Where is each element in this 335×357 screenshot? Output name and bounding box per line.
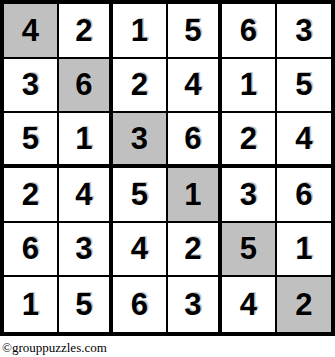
cell-r2c6: 5 bbox=[277, 59, 332, 114]
cell-r4c2: 4 bbox=[59, 168, 114, 223]
cell-r5c4: 2 bbox=[168, 223, 223, 278]
cell-r5c2: 3 bbox=[59, 223, 114, 278]
cell-r3c3: 3 bbox=[113, 113, 168, 168]
cell-r1c5: 6 bbox=[222, 4, 277, 59]
cell-r6c1: 1 bbox=[4, 277, 59, 332]
cell-r4c4: 1 bbox=[168, 168, 223, 223]
cell-r4c3: 5 bbox=[113, 168, 168, 223]
cell-r1c4: 5 bbox=[168, 4, 223, 59]
cell-r1c6: 3 bbox=[277, 4, 332, 59]
cell-r6c2: 5 bbox=[59, 277, 114, 332]
cell-r2c2: 6 bbox=[59, 59, 114, 114]
copyright-text: ©grouppuzzles.com bbox=[2, 340, 335, 356]
sudoku-board: 421563362415513624245136634251156342 bbox=[0, 0, 335, 336]
cell-r5c3: 4 bbox=[113, 223, 168, 278]
cell-r5c5: 5 bbox=[222, 223, 277, 278]
cell-r3c2: 1 bbox=[59, 113, 114, 168]
cell-r2c1: 3 bbox=[4, 59, 59, 114]
cell-r4c1: 2 bbox=[4, 168, 59, 223]
cell-r5c1: 6 bbox=[4, 223, 59, 278]
cell-r3c6: 4 bbox=[277, 113, 332, 168]
cell-r5c6: 1 bbox=[277, 223, 332, 278]
cell-r6c6: 2 bbox=[277, 277, 332, 332]
cell-r2c4: 4 bbox=[168, 59, 223, 114]
cell-r4c6: 6 bbox=[277, 168, 332, 223]
cell-r6c4: 3 bbox=[168, 277, 223, 332]
cell-r1c3: 1 bbox=[113, 4, 168, 59]
cell-r3c1: 5 bbox=[4, 113, 59, 168]
cell-r3c4: 6 bbox=[168, 113, 223, 168]
page: 421563362415513624245136634251156342 ©gr… bbox=[0, 0, 335, 357]
cell-r6c3: 6 bbox=[113, 277, 168, 332]
cell-r2c3: 2 bbox=[113, 59, 168, 114]
cell-r3c5: 2 bbox=[222, 113, 277, 168]
cell-r1c2: 2 bbox=[59, 4, 114, 59]
cell-r6c5: 4 bbox=[222, 277, 277, 332]
cell-r1c1: 4 bbox=[4, 4, 59, 59]
cell-r4c5: 3 bbox=[222, 168, 277, 223]
cell-r2c5: 1 bbox=[222, 59, 277, 114]
